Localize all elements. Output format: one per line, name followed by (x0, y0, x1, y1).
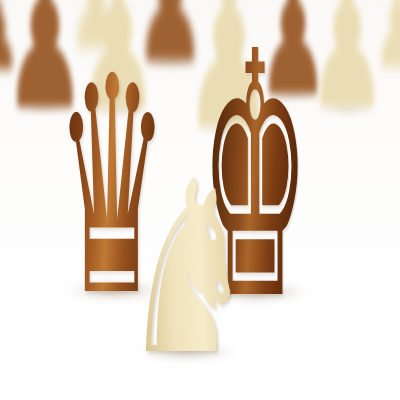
light-knight-piece: ♞ (122, 150, 254, 388)
blurred-light-pawn-edge-right: ♟ (373, 0, 400, 84)
chess-pieces-photo-scene: ♟ ♟ ♟ ♟ ♟ ♟ ♟ ♟ ♟ ♛ ♚ ♞ (0, 0, 400, 400)
